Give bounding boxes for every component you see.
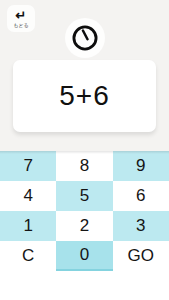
key-1[interactable]: 1 xyxy=(0,211,56,241)
key-3[interactable]: 3 xyxy=(113,211,169,241)
problem-expression: 5+6 xyxy=(59,80,110,112)
clock-icon xyxy=(70,23,100,53)
key-6[interactable]: 6 xyxy=(113,181,169,211)
key-8[interactable]: 8 xyxy=(56,151,112,181)
back-button-label: もどる xyxy=(13,22,28,28)
back-button[interactable]: ↵ もどる xyxy=(7,5,35,32)
keypad-panel: 7 8 9 4 5 6 1 2 3 C 0 GO xyxy=(0,151,169,300)
key-5[interactable]: 5 xyxy=(56,181,112,211)
key-go[interactable]: GO xyxy=(113,241,169,271)
keypad: 7 8 9 4 5 6 1 2 3 C 0 GO xyxy=(0,151,169,271)
key-clear[interactable]: C xyxy=(0,241,56,271)
key-7[interactable]: 7 xyxy=(0,151,56,181)
key-0[interactable]: 0 xyxy=(56,241,112,271)
timer-chip xyxy=(65,18,105,58)
quiz-screen: ↵ もどる 5+6 7 8 9 4 5 6 1 2 3 C 0 GO xyxy=(0,0,169,300)
key-9[interactable]: 9 xyxy=(113,151,169,181)
key-4[interactable]: 4 xyxy=(0,181,56,211)
key-2[interactable]: 2 xyxy=(56,211,112,241)
problem-card: 5+6 xyxy=(13,60,156,132)
return-arrow-icon: ↵ xyxy=(16,10,27,22)
